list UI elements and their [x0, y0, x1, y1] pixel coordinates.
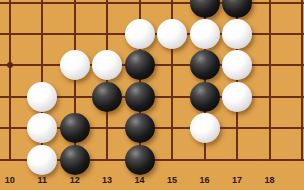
black-stone [125, 50, 155, 80]
star-point [7, 62, 13, 68]
column-label: 13 [96, 175, 118, 186]
white-stone [157, 19, 187, 49]
column-label: 12 [64, 175, 86, 186]
white-stone [222, 82, 252, 112]
black-stone [190, 50, 220, 80]
white-stone [60, 50, 90, 80]
black-stone [125, 82, 155, 112]
board-surface[interactable]: 101112131415161718 [0, 0, 304, 190]
white-stone [27, 113, 57, 143]
go-board[interactable]: 101112131415161718 [0, 0, 304, 190]
column-label: 15 [161, 175, 183, 186]
white-stone [190, 113, 220, 143]
black-stone [190, 82, 220, 112]
black-stone [60, 145, 90, 175]
column-label: 10 [0, 175, 21, 186]
white-stone [222, 50, 252, 80]
grid-vline [301, 0, 303, 161]
white-stone [27, 82, 57, 112]
column-label: 17 [226, 175, 248, 186]
white-stone [125, 19, 155, 49]
grid-hline [0, 2, 304, 4]
black-stone [60, 113, 90, 143]
column-label: 16 [194, 175, 216, 186]
black-stone [190, 0, 220, 18]
black-stone [222, 0, 252, 18]
white-stone [190, 19, 220, 49]
white-stone [27, 145, 57, 175]
grid-vline [9, 0, 11, 161]
black-stone [125, 113, 155, 143]
column-label: 18 [259, 175, 281, 186]
column-label: 14 [129, 175, 151, 186]
black-stone [92, 82, 122, 112]
white-stone [222, 19, 252, 49]
grid-vline [269, 0, 271, 161]
white-stone [92, 50, 122, 80]
black-stone [125, 145, 155, 175]
grid-vline [106, 0, 108, 161]
column-label: 11 [31, 175, 53, 186]
